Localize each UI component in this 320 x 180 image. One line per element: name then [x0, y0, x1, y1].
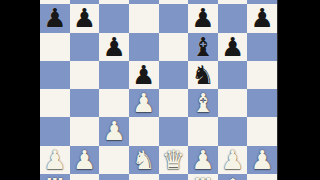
square-d5[interactable]: ♟	[129, 61, 159, 89]
square-g7[interactable]	[218, 4, 248, 32]
square-h7[interactable]: ♟	[247, 4, 277, 32]
square-c5[interactable]	[99, 61, 129, 89]
piece-white-pawn-a2: ♟	[40, 146, 70, 174]
square-g2[interactable]: ♟	[218, 146, 248, 174]
square-f3[interactable]	[188, 117, 218, 145]
piece-black-pawn-d5: ♟	[129, 61, 159, 89]
square-b6[interactable]	[70, 33, 100, 61]
video-frame: ♜♞♝♛♚♜♟♟♟♟♟♝♟♟♞♟♝♟♟♟♞♛♟♟♟♜♜♚	[0, 0, 320, 180]
square-e3[interactable]	[159, 117, 189, 145]
piece-white-rook-a1: ♜	[40, 174, 70, 180]
piece-white-pawn-h2: ♟	[247, 146, 277, 174]
letterbox-right	[277, 0, 320, 180]
square-a3[interactable]	[40, 117, 70, 145]
square-a5[interactable]	[40, 61, 70, 89]
square-c6[interactable]: ♟	[99, 33, 129, 61]
square-g1[interactable]: ♚	[218, 174, 248, 180]
square-c3[interactable]: ♟	[99, 117, 129, 145]
square-h3[interactable]	[247, 117, 277, 145]
square-d1[interactable]	[129, 174, 159, 180]
square-a1[interactable]: ♜	[40, 174, 70, 180]
square-b3[interactable]	[70, 117, 100, 145]
piece-white-pawn-d4: ♟	[129, 89, 159, 117]
square-g5[interactable]	[218, 61, 248, 89]
square-a7[interactable]: ♟	[40, 4, 70, 32]
square-a2[interactable]: ♟	[40, 146, 70, 174]
square-e7[interactable]	[159, 4, 189, 32]
square-g3[interactable]	[218, 117, 248, 145]
piece-white-pawn-f2: ♟	[188, 146, 218, 174]
square-f5[interactable]: ♞	[188, 61, 218, 89]
piece-white-pawn-b2: ♟	[70, 146, 100, 174]
square-e5[interactable]	[159, 61, 189, 89]
piece-black-pawn-c6: ♟	[99, 33, 129, 61]
piece-white-pawn-g2: ♟	[218, 146, 248, 174]
square-b4[interactable]	[70, 89, 100, 117]
square-c7[interactable]	[99, 4, 129, 32]
square-e6[interactable]	[159, 33, 189, 61]
square-c2[interactable]	[99, 146, 129, 174]
piece-black-pawn-g6: ♟	[218, 33, 248, 61]
square-d3[interactable]	[129, 117, 159, 145]
square-b1[interactable]	[70, 174, 100, 180]
square-c4[interactable]	[99, 89, 129, 117]
piece-white-queen-e2: ♛	[159, 146, 189, 174]
piece-black-knight-f5: ♞	[188, 61, 218, 89]
letterbox-left	[0, 0, 40, 180]
piece-white-king-g1: ♚	[218, 174, 248, 180]
piece-white-bishop-f4: ♝	[188, 89, 218, 117]
chess-board: ♜♞♝♛♚♜♟♟♟♟♟♝♟♟♞♟♝♟♟♟♞♛♟♟♟♜♜♚	[40, 0, 277, 180]
piece-white-knight-d2: ♞	[129, 146, 159, 174]
piece-white-pawn-c3: ♟	[99, 117, 129, 145]
square-e4[interactable]	[159, 89, 189, 117]
piece-black-pawn-b7: ♟	[70, 4, 100, 32]
square-b2[interactable]: ♟	[70, 146, 100, 174]
square-d6[interactable]	[129, 33, 159, 61]
square-g4[interactable]	[218, 89, 248, 117]
square-d4[interactable]: ♟	[129, 89, 159, 117]
square-f2[interactable]: ♟	[188, 146, 218, 174]
square-a6[interactable]	[40, 33, 70, 61]
square-f1[interactable]: ♜	[188, 174, 218, 180]
piece-white-rook-f1: ♜	[188, 174, 218, 180]
square-d2[interactable]: ♞	[129, 146, 159, 174]
square-b7[interactable]: ♟	[70, 4, 100, 32]
square-f6[interactable]: ♝	[188, 33, 218, 61]
square-d7[interactable]	[129, 4, 159, 32]
square-h5[interactable]	[247, 61, 277, 89]
square-a4[interactable]	[40, 89, 70, 117]
square-h2[interactable]: ♟	[247, 146, 277, 174]
square-f7[interactable]: ♟	[188, 4, 218, 32]
square-h4[interactable]	[247, 89, 277, 117]
piece-black-pawn-h7: ♟	[247, 4, 277, 32]
square-e1[interactable]	[159, 174, 189, 180]
square-e2[interactable]: ♛	[159, 146, 189, 174]
square-f4[interactable]: ♝	[188, 89, 218, 117]
square-b5[interactable]	[70, 61, 100, 89]
square-h1[interactable]	[247, 174, 277, 180]
piece-black-bishop-f6: ♝	[188, 33, 218, 61]
piece-black-pawn-a7: ♟	[40, 4, 70, 32]
piece-black-pawn-f7: ♟	[188, 4, 218, 32]
square-g6[interactable]: ♟	[218, 33, 248, 61]
square-c1[interactable]	[99, 174, 129, 180]
square-h6[interactable]	[247, 33, 277, 61]
